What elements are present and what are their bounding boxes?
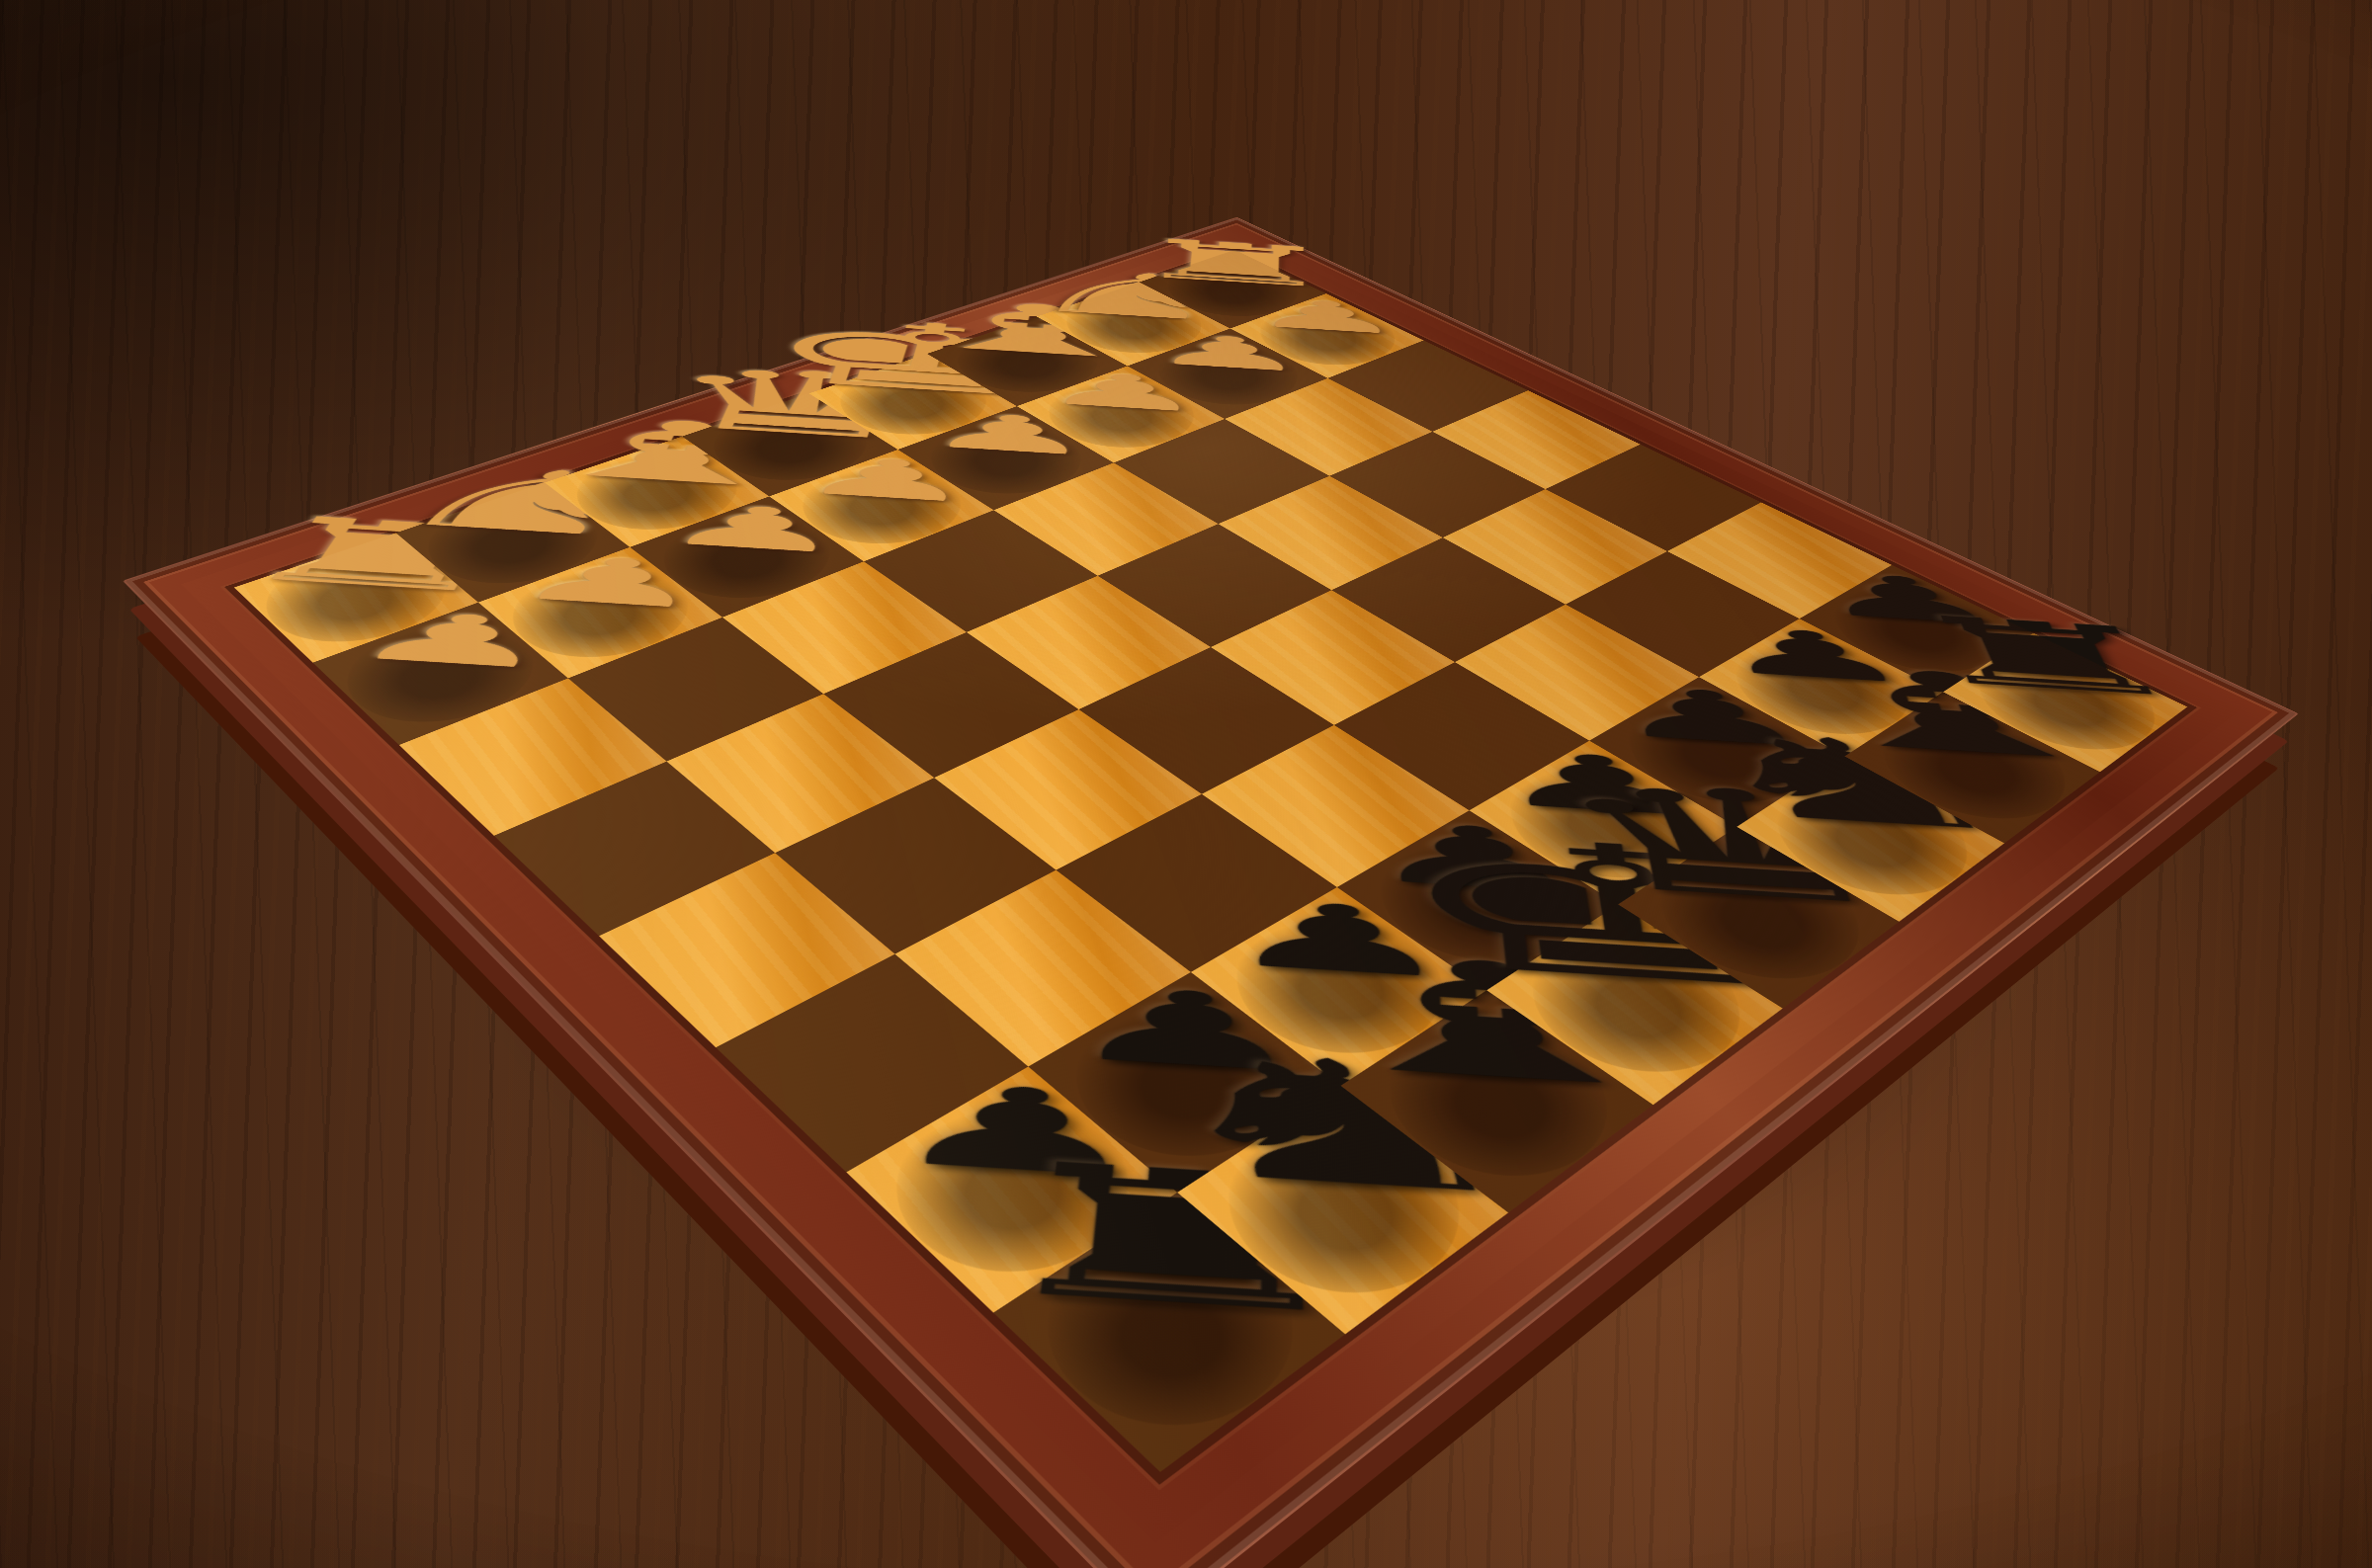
square-b5[interactable] bbox=[775, 778, 1056, 953]
chess-board: ♜♞♝♛♚♝♞♜♟♟♟♟♟♟♟♟♟♟♟♟♟♟♟♟♜♞♝♚♛♞♝♜ bbox=[123, 217, 2299, 1568]
square-d5[interactable] bbox=[1078, 647, 1333, 794]
perspective-scene: ♜♞♝♛♚♝♞♜♟♟♟♟♟♟♟♟♟♟♟♟♟♟♟♟♜♞♝♚♛♞♝♜ bbox=[0, 0, 2372, 1568]
black-rook-glyph: ♜ bbox=[958, 1137, 1380, 1344]
photo-canvas: ♜♞♝♛♚♝♞♜♟♟♟♟♟♟♟♟♟♟♟♟♟♟♟♟♜♞♝♚♛♞♝♜ bbox=[0, 0, 2372, 1568]
square-b7[interactable]: ♟ bbox=[1028, 972, 1340, 1193]
square-c5[interactable] bbox=[934, 709, 1202, 870]
black-pawn-glyph: ♟ bbox=[1218, 887, 1460, 993]
camera-tilt: ♜♞♝♛♚♝♞♜♟♟♟♟♟♟♟♟♟♟♟♟♟♟♟♟♜♞♝♚♛♞♝♜ bbox=[0, 0, 2372, 1568]
black-knight-glyph: ♞ bbox=[1136, 1029, 1551, 1222]
black-pawn-glyph: ♟ bbox=[1057, 972, 1312, 1088]
